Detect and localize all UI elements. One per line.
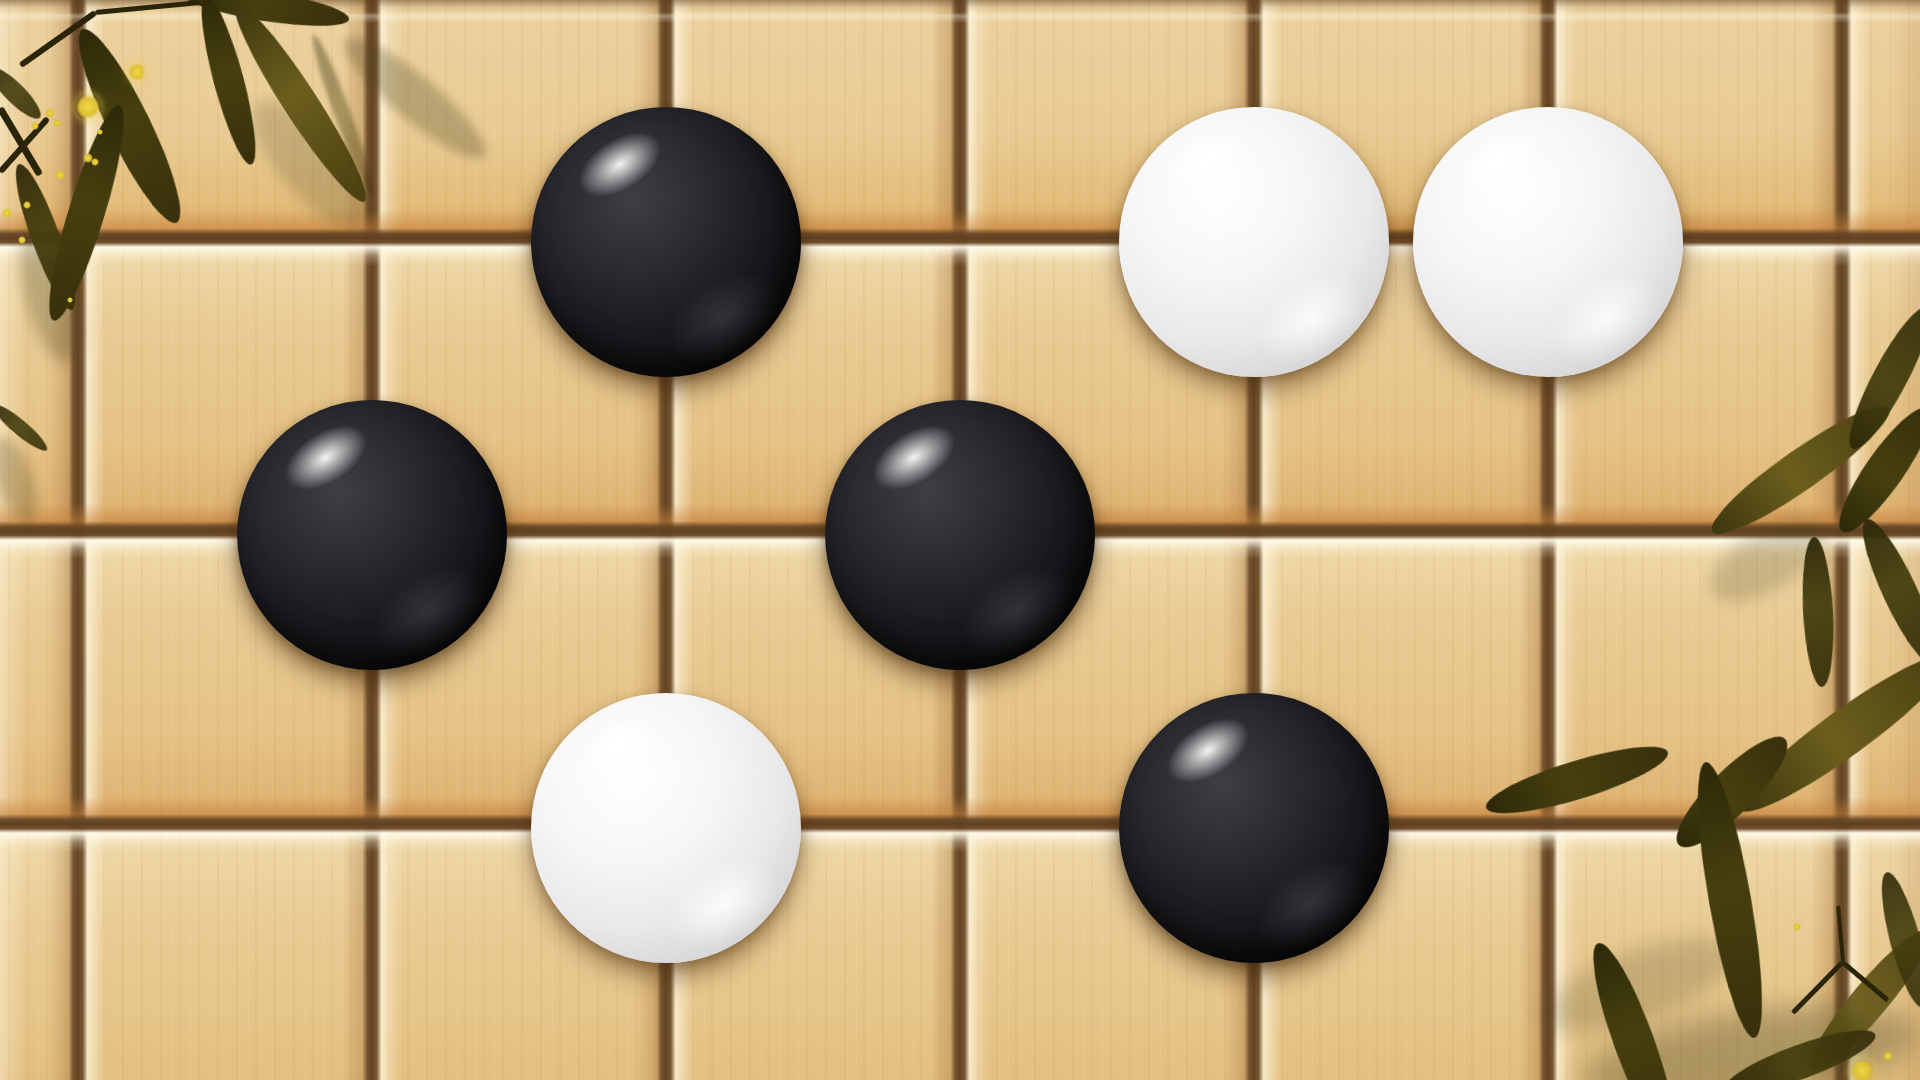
black-stone-r2c4 [1119, 693, 1389, 963]
gold-speckle [75, 94, 101, 120]
black-stone-r1c1 [237, 400, 507, 670]
gold-speckle [128, 63, 146, 81]
gold-speckle [18, 236, 26, 244]
gold-speckle [97, 129, 103, 135]
gold-speckle [53, 119, 61, 127]
gold-speckle [45, 108, 55, 118]
white-stone-r0c4 [1119, 107, 1389, 377]
gold-speckle [31, 122, 39, 130]
board-cell-r3c1[interactable] [78, 824, 372, 1080]
goban-screen [0, 0, 1920, 1080]
gold-speckle [67, 297, 73, 303]
black-stone-r0c2 [531, 107, 801, 377]
black-stone-r1c3 [825, 400, 1095, 670]
grid-line-horizontal-2 [0, 796, 1920, 852]
gold-speckle [91, 158, 99, 166]
gold-speckle [1850, 1059, 1874, 1080]
white-stone-r0c5 [1413, 107, 1683, 377]
gold-speckle [1793, 923, 1801, 931]
gold-speckle [2, 208, 12, 218]
gold-speckle [1883, 1051, 1893, 1061]
gold-speckle [55, 170, 65, 180]
white-stone-r2c2 [531, 693, 801, 963]
gold-speckle [23, 201, 31, 209]
